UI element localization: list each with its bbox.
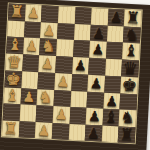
square-b1[interactable] (7, 20, 24, 37)
black-pawn-h6: ♟ (87, 126, 100, 141)
black-rook-a8: ♜ (125, 10, 140, 27)
square-b6[interactable]: ♟ (90, 24, 107, 41)
black-king-e8: ♚ (121, 76, 137, 94)
square-e5[interactable] (71, 73, 88, 91)
square-a6[interactable] (91, 8, 108, 25)
square-d3[interactable]: ♟ (39, 55, 56, 73)
square-b8[interactable]: ♞ (123, 26, 140, 43)
square-a3[interactable] (41, 5, 58, 22)
square-d2[interactable] (22, 54, 39, 72)
white-pawn-h3: ♟ (37, 123, 50, 138)
square-h3[interactable]: ♟ (35, 122, 52, 139)
white-pawn-b3: ♟ (42, 23, 55, 38)
square-g5[interactable] (69, 107, 86, 124)
square-e7[interactable] (104, 75, 121, 93)
white-pawn-f2: ♟ (22, 89, 35, 104)
white-queen-d1: ♛ (6, 53, 22, 71)
square-f8[interactable] (120, 93, 137, 110)
square-c7[interactable] (106, 42, 123, 59)
square-g6[interactable]: ♟ (86, 108, 103, 125)
square-d6[interactable] (88, 57, 105, 75)
square-h5[interactable] (68, 123, 85, 140)
white-bishop-f1: ♝ (5, 87, 20, 104)
square-d5[interactable]: ♟ (72, 56, 89, 74)
white-pawn-c2: ♟ (25, 39, 38, 54)
black-knight-b8: ♞ (124, 26, 139, 43)
black-pawn-c6: ♟ (91, 42, 104, 57)
white-bishop-c1: ♝ (7, 37, 22, 54)
square-e6[interactable]: ♟ (87, 74, 104, 92)
square-c3[interactable]: ♞ (39, 38, 56, 55)
white-knight-c3: ♞ (41, 39, 56, 56)
square-h1[interactable]: ♜ (2, 120, 19, 137)
square-h4[interactable] (52, 122, 69, 139)
square-a2[interactable]: ♟ (25, 4, 42, 21)
board-frame: ♜♟♟♜♟♟♞♝♟♞♟♝♛♟♟♛♚♟♟♚♝♟♞♟♟♟♝♞♜♟♟♜ (0, 0, 150, 150)
white-king-e1: ♚ (5, 70, 21, 88)
square-e1[interactable]: ♚ (4, 70, 21, 88)
square-c1[interactable]: ♝ (6, 36, 23, 53)
square-e4[interactable]: ♟ (54, 73, 71, 91)
square-b3[interactable]: ♟ (40, 22, 57, 39)
square-a1[interactable]: ♜ (8, 4, 25, 21)
square-f4[interactable] (53, 90, 70, 107)
black-rook-h8: ♜ (119, 126, 134, 143)
square-d4[interactable] (55, 56, 72, 74)
square-a7[interactable]: ♟ (108, 9, 125, 26)
square-h2[interactable] (18, 121, 35, 138)
black-pawn-a7: ♟ (110, 10, 123, 25)
square-f2[interactable]: ♟ (20, 88, 37, 105)
square-b2[interactable] (24, 21, 41, 38)
square-g3[interactable] (36, 105, 53, 122)
white-rook-a1: ♜ (9, 4, 24, 21)
square-c8[interactable]: ♝ (122, 43, 139, 60)
square-b5[interactable] (73, 23, 90, 40)
square-f5[interactable] (70, 90, 87, 107)
square-g7[interactable]: ♝ (102, 109, 119, 126)
white-rook-h1: ♜ (3, 120, 18, 137)
black-pawn-f7: ♟ (105, 93, 118, 108)
black-knight-g8: ♞ (120, 110, 135, 127)
square-c2[interactable]: ♟ (23, 37, 40, 54)
square-g2[interactable] (19, 104, 36, 121)
square-e2[interactable] (21, 71, 38, 89)
square-g4[interactable]: ♟ (53, 106, 70, 123)
square-d7[interactable] (105, 58, 122, 76)
black-pawn-b6: ♟ (92, 26, 105, 41)
square-h8[interactable]: ♜ (118, 126, 135, 143)
square-c5[interactable] (73, 40, 90, 57)
square-b7[interactable] (107, 25, 124, 42)
chess-board: ♜♟♟♜♟♟♞♝♟♞♟♝♛♟♟♛♚♟♟♚♝♟♞♟♟♟♝♞♜♟♟♜ (2, 4, 142, 144)
square-b4[interactable] (57, 23, 74, 40)
square-f1[interactable]: ♝ (4, 87, 21, 104)
white-pawn-e4: ♟ (56, 74, 69, 89)
black-pawn-g6: ♟ (88, 109, 101, 124)
square-d8[interactable]: ♛ (122, 59, 139, 77)
square-d1[interactable]: ♛ (5, 53, 22, 71)
square-f6[interactable] (87, 91, 104, 108)
square-c4[interactable] (56, 39, 73, 56)
square-g1[interactable] (3, 103, 20, 120)
square-g8[interactable]: ♞ (119, 109, 136, 126)
square-c6[interactable]: ♟ (89, 41, 106, 58)
white-pawn-a2: ♟ (27, 6, 40, 21)
square-e8[interactable]: ♚ (121, 76, 138, 94)
square-e3[interactable] (38, 72, 55, 90)
chessboard-photo: ♜♟♟♜♟♟♞♝♟♞♟♝♛♟♟♛♚♟♟♚♝♟♞♟♟♟♝♞♜♟♟♜ (0, 0, 150, 150)
square-a8[interactable]: ♜ (124, 10, 141, 27)
black-pawn-d5: ♟ (74, 58, 87, 73)
white-pawn-d3: ♟ (41, 56, 54, 71)
black-pawn-e6: ♟ (90, 76, 103, 91)
black-bishop-c8: ♝ (124, 43, 139, 60)
black-queen-d8: ♛ (122, 59, 138, 77)
black-bishop-g7: ♝ (103, 109, 118, 126)
white-knight-f3: ♞ (38, 89, 53, 106)
square-a4[interactable] (58, 6, 75, 23)
square-h6[interactable]: ♟ (85, 124, 102, 141)
square-a5[interactable] (74, 7, 91, 24)
white-pawn-g4: ♟ (55, 107, 68, 122)
square-f3[interactable]: ♞ (37, 89, 54, 106)
square-h7[interactable] (101, 125, 118, 142)
square-f7[interactable]: ♟ (103, 92, 120, 109)
